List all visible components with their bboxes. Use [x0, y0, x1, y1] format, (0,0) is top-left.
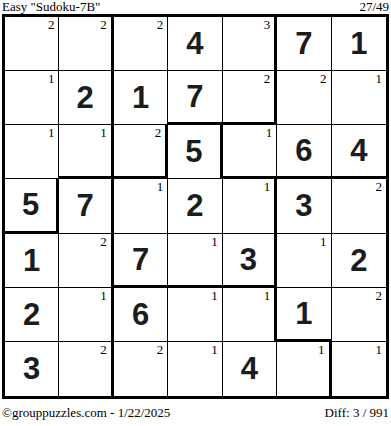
given-digit: 2: [23, 299, 40, 330]
given-digit: 3: [240, 244, 257, 275]
cell-r1c4[interactable]: 4: [168, 17, 222, 71]
given-digit: 1: [23, 245, 40, 276]
pencil-mark: 2: [157, 17, 164, 32]
cell-r2c7[interactable]: 1: [332, 71, 386, 125]
cell-r6c1[interactable]: 2: [5, 288, 59, 342]
cell-r5c3[interactable]: 7: [114, 234, 168, 288]
pencil-mark: 1: [48, 71, 55, 86]
cell-r5c5[interactable]: 3: [223, 234, 277, 288]
pencil-mark: 2: [100, 234, 107, 249]
cell-r5c7[interactable]: 2: [332, 234, 386, 288]
given-digit: 3: [295, 190, 312, 221]
cell-r4c5[interactable]: 1: [223, 179, 277, 233]
given-digit: 6: [132, 299, 149, 330]
pencil-mark: 1: [100, 288, 107, 303]
cell-r6c4[interactable]: 1: [168, 288, 222, 342]
page-title: Easy "Sudoku-7B": [2, 0, 100, 13]
cell-r5c1[interactable]: 1: [5, 234, 59, 288]
pencil-mark: 3: [264, 17, 271, 32]
cell-r1c2[interactable]: 2: [59, 17, 113, 71]
pencil-mark: 1: [318, 342, 325, 357]
pencil-mark: 1: [48, 125, 55, 140]
given-digit: 1: [350, 28, 367, 59]
pencil-mark: 1: [211, 288, 218, 303]
pencil-mark: 1: [211, 342, 218, 357]
cell-r7c2[interactable]: 2: [59, 342, 113, 396]
cell-r2c5[interactable]: 2: [223, 71, 277, 125]
progress-counter: 27/49: [359, 0, 389, 13]
cell-r7c3[interactable]: 2: [114, 342, 168, 396]
cell-r2c4[interactable]: 7: [168, 71, 222, 125]
cell-r4c6[interactable]: 3: [277, 179, 331, 233]
cell-r3c5[interactable]: 1: [223, 125, 277, 179]
cell-r7c7[interactable]: 1: [332, 342, 386, 396]
pencil-mark: 1: [375, 71, 382, 86]
difficulty-label: Diff: 3 / 991: [325, 405, 389, 421]
cell-r2c3[interactable]: 1: [114, 71, 168, 125]
pencil-mark: 1: [320, 234, 327, 249]
sudoku-board: 2224371121722111251645712132127131221611…: [2, 14, 389, 399]
cell-r5c2[interactable]: 2: [59, 234, 113, 288]
cell-r6c5[interactable]: 1: [223, 288, 277, 342]
cell-r5c6[interactable]: 1: [277, 234, 331, 288]
cell-r6c6[interactable]: 1: [277, 288, 331, 342]
given-digit: 1: [295, 298, 312, 329]
cell-r4c2[interactable]: 7: [59, 179, 113, 233]
given-digit: 5: [185, 136, 202, 167]
cell-r3c6[interactable]: 6: [277, 125, 331, 179]
given-digit: 4: [241, 353, 258, 384]
cell-r3c4[interactable]: 5: [168, 125, 222, 179]
cell-r4c7[interactable]: 2: [332, 179, 386, 233]
cell-r1c3[interactable]: 2: [114, 17, 168, 71]
cell-r2c1[interactable]: 1: [5, 71, 59, 125]
cell-r1c6[interactable]: 7: [277, 17, 331, 71]
puzzle-page: Easy "Sudoku-7B" 27/49 22243711217221112…: [0, 0, 391, 426]
footer: ©grouppuzzles.com - 1/22/2025 Diff: 3 / …: [0, 405, 391, 421]
copyright-text: ©grouppuzzles.com - 1/22/2025: [2, 405, 170, 421]
header: Easy "Sudoku-7B" 27/49: [0, 0, 391, 14]
cell-r4c1[interactable]: 5: [5, 179, 59, 233]
cell-r1c1[interactable]: 2: [5, 17, 59, 71]
pencil-mark: 1: [100, 125, 107, 140]
pencil-mark: 1: [266, 125, 273, 140]
pencil-mark: 1: [375, 342, 382, 357]
cell-r6c2[interactable]: 1: [59, 288, 113, 342]
pencil-mark: 2: [100, 17, 107, 32]
given-digit: 7: [77, 190, 94, 221]
cell-r6c3[interactable]: 6: [114, 288, 168, 342]
given-digit: 3: [23, 353, 40, 384]
pencil-mark: 2: [264, 71, 271, 86]
given-digit: 1: [132, 82, 149, 113]
cell-r7c5[interactable]: 4: [223, 342, 277, 396]
pencil-mark: 1: [211, 234, 218, 249]
given-digit: 7: [132, 244, 149, 275]
cell-r1c5[interactable]: 3: [223, 17, 277, 71]
pencil-mark: 2: [157, 342, 164, 357]
cell-r1c7[interactable]: 1: [332, 17, 386, 71]
pencil-mark: 1: [264, 288, 271, 303]
cell-r7c4[interactable]: 1: [168, 342, 222, 396]
cell-r7c1[interactable]: 3: [5, 342, 59, 396]
cell-r6c7[interactable]: 2: [332, 288, 386, 342]
cell-r7c6[interactable]: 1: [277, 342, 331, 396]
cell-r2c2[interactable]: 2: [59, 71, 113, 125]
given-digit: 2: [186, 190, 203, 221]
given-digit: 2: [350, 245, 367, 276]
pencil-mark: 1: [157, 179, 164, 194]
given-digit: 5: [22, 189, 39, 220]
given-digit: 6: [295, 135, 312, 166]
given-digit: 4: [186, 28, 203, 59]
cell-r3c1[interactable]: 1: [5, 125, 59, 179]
pencil-mark: 2: [320, 71, 327, 86]
cell-r4c3[interactable]: 1: [114, 179, 168, 233]
given-digit: 2: [77, 82, 94, 113]
pencil-mark: 2: [48, 17, 55, 32]
pencil-mark: 2: [100, 342, 107, 357]
pencil-mark: 2: [375, 288, 382, 303]
cell-r2c6[interactable]: 2: [277, 71, 331, 125]
pencil-mark: 1: [264, 179, 271, 194]
cell-r3c3[interactable]: 2: [114, 125, 168, 179]
given-digit: 7: [295, 28, 312, 59]
cell-r3c7[interactable]: 4: [332, 125, 386, 179]
given-digit: 4: [350, 135, 367, 166]
cell-r3c2[interactable]: 1: [59, 125, 113, 179]
pencil-mark: 2: [155, 125, 162, 140]
cell-r5c4[interactable]: 1: [168, 234, 222, 288]
pencil-mark: 2: [375, 179, 382, 194]
given-digit: 7: [186, 81, 203, 112]
cell-r4c4[interactable]: 2: [168, 179, 222, 233]
